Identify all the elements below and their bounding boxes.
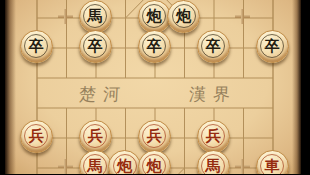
piece-black-pawn[interactable]: 卒 xyxy=(20,30,53,63)
piece-glyph: 卒 xyxy=(257,31,288,62)
piece-glyph: 馬 xyxy=(80,1,111,32)
piece-glyph: 兵 xyxy=(139,121,170,152)
piece-glyph: 卒 xyxy=(80,31,111,62)
piece-black-horse[interactable]: 馬 xyxy=(79,0,112,33)
piece-red-pawn[interactable]: 兵 xyxy=(79,120,112,153)
piece-black-cannon[interactable]: 炮 xyxy=(138,0,171,33)
piece-red-horse[interactable]: 馬 xyxy=(79,150,112,175)
piece-glyph: 兵 xyxy=(80,121,111,152)
piece-red-pawn[interactable]: 兵 xyxy=(138,120,171,153)
game-stage: 楚河 漢界 馬炮炮卒卒卒卒卒兵兵兵兵馬炮炮馬車 xyxy=(0,0,310,174)
board-intersections[interactable]: 馬炮炮卒卒卒卒卒兵兵兵兵馬炮炮馬車 xyxy=(22,3,288,174)
piece-red-cannon[interactable]: 炮 xyxy=(138,150,171,175)
piece-glyph: 馬 xyxy=(80,151,111,175)
piece-glyph: 炮 xyxy=(168,1,199,32)
piece-red-horse[interactable]: 馬 xyxy=(197,150,230,175)
piece-black-pawn[interactable]: 卒 xyxy=(138,30,171,63)
piece-red-cannon[interactable]: 炮 xyxy=(108,150,141,175)
piece-glyph: 兵 xyxy=(21,121,52,152)
piece-glyph: 車 xyxy=(257,151,288,175)
piece-black-pawn[interactable]: 卒 xyxy=(197,30,230,63)
piece-glyph: 炮 xyxy=(109,151,140,175)
piece-glyph: 兵 xyxy=(198,121,229,152)
point-marker xyxy=(58,9,73,24)
piece-glyph: 炮 xyxy=(139,1,170,32)
piece-black-cannon[interactable]: 炮 xyxy=(167,0,200,33)
piece-glyph: 卒 xyxy=(21,31,52,62)
piece-glyph: 卒 xyxy=(198,31,229,62)
piece-red-pawn[interactable]: 兵 xyxy=(197,120,230,153)
piece-glyph: 卒 xyxy=(139,31,170,62)
piece-red-pawn[interactable]: 兵 xyxy=(20,120,53,153)
piece-black-pawn[interactable]: 卒 xyxy=(79,30,112,63)
piece-glyph: 炮 xyxy=(139,151,170,175)
point-marker xyxy=(235,9,250,24)
point-marker xyxy=(58,159,73,174)
piece-glyph: 馬 xyxy=(198,151,229,175)
piece-black-pawn[interactable]: 卒 xyxy=(256,30,289,63)
point-marker xyxy=(235,159,250,174)
piece-red-chariot[interactable]: 車 xyxy=(256,150,289,175)
